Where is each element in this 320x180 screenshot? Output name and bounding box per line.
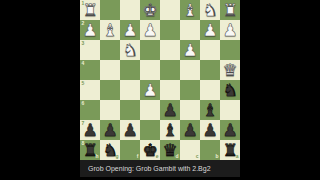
square-f5[interactable] <box>120 80 140 100</box>
letterbox-right <box>240 0 320 180</box>
square-c4[interactable] <box>180 60 200 80</box>
black-pawn[interactable]: ♟ <box>202 120 217 140</box>
square-a2[interactable]: ♟ <box>220 20 240 40</box>
square-c3[interactable]: ♟ <box>180 40 200 60</box>
file-label-f: f <box>137 154 139 159</box>
square-e2[interactable]: ♟ <box>140 20 160 40</box>
file-label-b: b <box>215 154 218 159</box>
square-d2[interactable] <box>160 20 180 40</box>
black-knight[interactable]: ♞ <box>222 80 237 100</box>
file-label-a: a <box>236 154 239 159</box>
square-a8[interactable]: ♜a <box>220 140 240 160</box>
video-frame: ♜1♚♝♞♜♟2♝♟♟♟♟3♞♟4♛5♟♞6♟♝♟7♟♟♝♟♟♟♜8h♞gf♚e… <box>0 0 320 180</box>
square-e6[interactable] <box>140 100 160 120</box>
file-label-d: d <box>175 154 178 159</box>
rank-label-7: 7 <box>82 121 85 126</box>
square-d4[interactable] <box>160 60 180 80</box>
white-knight[interactable]: ♞ <box>202 0 217 20</box>
square-a4[interactable]: ♛ <box>220 60 240 80</box>
white-pawn[interactable]: ♟ <box>142 80 157 100</box>
black-bishop[interactable]: ♝ <box>202 100 217 120</box>
square-d8[interactable]: ♛d <box>160 140 180 160</box>
square-c5[interactable] <box>180 80 200 100</box>
square-h5[interactable]: 5 <box>80 80 100 100</box>
square-c1[interactable]: ♝ <box>180 0 200 20</box>
white-king[interactable]: ♚ <box>142 0 157 20</box>
caption-bar: Grob Opening: Grob Gambit with 2.Bg2 <box>80 160 240 177</box>
square-e8[interactable]: ♚e <box>140 140 160 160</box>
rank-label-6: 6 <box>82 101 85 106</box>
square-g5[interactable] <box>100 80 120 100</box>
square-d6[interactable]: ♟ <box>160 100 180 120</box>
opening-name: Grob Opening: Grob Gambit with 2.Bg2 <box>88 165 211 172</box>
square-g1[interactable] <box>100 0 120 20</box>
square-b1[interactable]: ♞ <box>200 0 220 20</box>
square-a6[interactable] <box>220 100 240 120</box>
rank-label-2: 2 <box>82 21 85 26</box>
square-d3[interactable] <box>160 40 180 60</box>
white-pawn[interactable]: ♟ <box>122 20 137 40</box>
black-pawn[interactable]: ♟ <box>82 120 97 140</box>
bottom-black-strip <box>80 177 240 180</box>
square-c7[interactable]: ♟ <box>180 120 200 140</box>
square-h7[interactable]: ♟7 <box>80 120 100 140</box>
square-f3[interactable]: ♞ <box>120 40 140 60</box>
rank-label-8: 8 <box>82 141 85 146</box>
rank-label-3: 3 <box>82 41 85 46</box>
white-knight[interactable]: ♞ <box>122 40 137 60</box>
square-g6[interactable] <box>100 100 120 120</box>
square-h8[interactable]: ♜8h <box>80 140 100 160</box>
square-d1[interactable] <box>160 0 180 20</box>
white-rook[interactable]: ♜ <box>222 0 237 20</box>
square-c8[interactable]: c <box>180 140 200 160</box>
square-b7[interactable]: ♟ <box>200 120 220 140</box>
black-pawn[interactable]: ♟ <box>122 120 137 140</box>
file-label-c: c <box>196 154 199 159</box>
square-e5[interactable]: ♟ <box>140 80 160 100</box>
file-label-e: e <box>156 154 159 159</box>
square-f7[interactable]: ♟ <box>120 120 140 140</box>
black-pawn[interactable]: ♟ <box>182 120 197 140</box>
square-c6[interactable] <box>180 100 200 120</box>
square-b3[interactable] <box>200 40 220 60</box>
square-f2[interactable]: ♟ <box>120 20 140 40</box>
square-g4[interactable] <box>100 60 120 80</box>
rank-label-5: 5 <box>82 81 85 86</box>
square-b8[interactable]: b <box>200 140 220 160</box>
white-pawn[interactable]: ♟ <box>142 20 157 40</box>
square-a7[interactable]: ♟ <box>220 120 240 140</box>
square-f8[interactable]: f <box>120 140 140 160</box>
square-h1[interactable]: ♜1 <box>80 0 100 20</box>
square-h6[interactable]: 6 <box>80 100 100 120</box>
chess-board: ♜1♚♝♞♜♟2♝♟♟♟♟3♞♟4♛5♟♞6♟♝♟7♟♟♝♟♟♟♜8h♞gf♚e… <box>80 0 240 160</box>
file-label-h: h <box>95 154 98 159</box>
white-queen[interactable]: ♛ <box>222 60 237 80</box>
white-pawn[interactable]: ♟ <box>182 40 197 60</box>
white-pawn[interactable]: ♟ <box>222 20 237 40</box>
file-label-g: g <box>115 154 118 159</box>
white-bishop[interactable]: ♝ <box>102 20 117 40</box>
square-h2[interactable]: ♟2 <box>80 20 100 40</box>
square-b2[interactable]: ♟ <box>200 20 220 40</box>
square-e7[interactable] <box>140 120 160 140</box>
rank-label-1: 1 <box>82 1 85 6</box>
square-d7[interactable]: ♝ <box>160 120 180 140</box>
black-pawn[interactable]: ♟ <box>102 120 117 140</box>
square-b4[interactable] <box>200 60 220 80</box>
black-bishop[interactable]: ♝ <box>162 120 177 140</box>
square-f6[interactable] <box>120 100 140 120</box>
square-b5[interactable] <box>200 80 220 100</box>
black-pawn[interactable]: ♟ <box>162 100 177 120</box>
square-c2[interactable] <box>180 20 200 40</box>
square-h4[interactable]: 4 <box>80 60 100 80</box>
white-pawn[interactable]: ♟ <box>202 20 217 40</box>
square-a5[interactable]: ♞ <box>220 80 240 100</box>
square-g8[interactable]: ♞g <box>100 140 120 160</box>
square-a1[interactable]: ♜ <box>220 0 240 20</box>
square-a3[interactable] <box>220 40 240 60</box>
square-h3[interactable]: 3 <box>80 40 100 60</box>
square-e4[interactable] <box>140 60 160 80</box>
white-pawn[interactable]: ♟ <box>82 20 97 40</box>
square-g2[interactable]: ♝ <box>100 20 120 40</box>
letterbox-left <box>0 0 80 180</box>
rank-label-4: 4 <box>82 61 85 66</box>
black-pawn[interactable]: ♟ <box>222 120 237 140</box>
square-g7[interactable]: ♟ <box>100 120 120 140</box>
square-d5[interactable] <box>160 80 180 100</box>
square-f1[interactable] <box>120 0 140 20</box>
white-bishop[interactable]: ♝ <box>182 0 197 20</box>
white-rook[interactable]: ♜ <box>82 0 97 20</box>
chess-app: ♜1♚♝♞♜♟2♝♟♟♟♟3♞♟4♛5♟♞6♟♝♟7♟♟♝♟♟♟♜8h♞gf♚e… <box>80 0 240 180</box>
square-g3[interactable] <box>100 40 120 60</box>
square-f4[interactable] <box>120 60 140 80</box>
square-e3[interactable] <box>140 40 160 60</box>
square-e1[interactable]: ♚ <box>140 0 160 20</box>
square-b6[interactable]: ♝ <box>200 100 220 120</box>
